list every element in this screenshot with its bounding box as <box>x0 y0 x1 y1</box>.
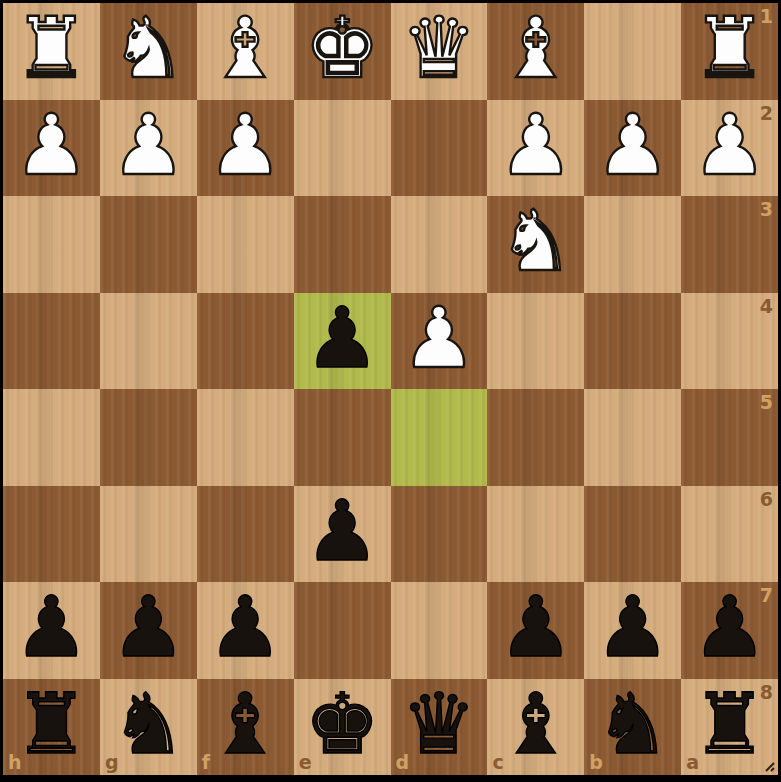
square-g8[interactable]: ♞g <box>100 679 197 776</box>
square-g2[interactable]: ♟ <box>100 100 197 197</box>
black-pawn[interactable]: ♟ <box>304 296 379 380</box>
chess-board-frame: ♜♞♝♚♛♝♜1♟♟♟♟♟♟2♞3♟♟45♟6♟♟♟♟♟♟7♜h♞g♝f♚e♛d… <box>0 0 781 782</box>
square-g3[interactable] <box>100 196 197 293</box>
white-pawn[interactable]: ♟ <box>401 296 476 380</box>
square-f1[interactable]: ♝ <box>197 3 294 100</box>
square-h6[interactable] <box>3 486 100 583</box>
square-b1[interactable] <box>584 3 681 100</box>
square-f3[interactable] <box>197 196 294 293</box>
black-rook[interactable]: ♜ <box>692 682 767 766</box>
square-e7[interactable] <box>294 582 391 679</box>
rank-label-6: 6 <box>760 490 773 509</box>
white-rook[interactable]: ♜ <box>14 6 89 90</box>
square-d8[interactable]: ♛d <box>391 679 488 776</box>
square-b7[interactable]: ♟ <box>584 582 681 679</box>
square-a6[interactable]: 6 <box>681 486 778 583</box>
black-pawn[interactable]: ♟ <box>498 585 573 669</box>
square-e1[interactable]: ♚ <box>294 3 391 100</box>
square-h8[interactable]: ♜h <box>3 679 100 776</box>
square-c8[interactable]: ♝c <box>487 679 584 776</box>
white-pawn[interactable]: ♟ <box>498 103 573 187</box>
square-b2[interactable]: ♟ <box>584 100 681 197</box>
black-pawn[interactable]: ♟ <box>304 489 379 573</box>
black-king[interactable]: ♚ <box>304 682 379 766</box>
white-bishop[interactable]: ♝ <box>208 6 283 90</box>
square-g4[interactable] <box>100 293 197 390</box>
square-d7[interactable] <box>391 582 488 679</box>
square-a7[interactable]: ♟7 <box>681 582 778 679</box>
square-d3[interactable] <box>391 196 488 293</box>
black-knight[interactable]: ♞ <box>111 682 186 766</box>
square-c1[interactable]: ♝ <box>487 3 584 100</box>
black-knight[interactable]: ♞ <box>595 682 670 766</box>
square-g6[interactable] <box>100 486 197 583</box>
white-pawn[interactable]: ♟ <box>14 103 89 187</box>
white-king[interactable]: ♚ <box>304 6 379 90</box>
white-pawn[interactable]: ♟ <box>111 103 186 187</box>
square-a8[interactable]: ♜8a <box>681 679 778 776</box>
square-d1[interactable]: ♛ <box>391 3 488 100</box>
square-e6[interactable]: ♟ <box>294 486 391 583</box>
white-bishop[interactable]: ♝ <box>498 6 573 90</box>
rank-label-3: 3 <box>760 200 773 219</box>
black-bishop[interactable]: ♝ <box>498 682 573 766</box>
rank-label-5: 5 <box>760 393 773 412</box>
black-pawn[interactable]: ♟ <box>595 585 670 669</box>
square-f4[interactable] <box>197 293 294 390</box>
square-f6[interactable] <box>197 486 294 583</box>
square-b3[interactable] <box>584 196 681 293</box>
square-f5[interactable] <box>197 389 294 486</box>
black-queen[interactable]: ♛ <box>401 682 476 766</box>
square-g1[interactable]: ♞ <box>100 3 197 100</box>
white-pawn[interactable]: ♟ <box>208 103 283 187</box>
square-a1[interactable]: ♜1 <box>681 3 778 100</box>
black-pawn[interactable]: ♟ <box>111 585 186 669</box>
white-pawn[interactable]: ♟ <box>595 103 670 187</box>
square-f7[interactable]: ♟ <box>197 582 294 679</box>
square-e5[interactable] <box>294 389 391 486</box>
square-c6[interactable] <box>487 486 584 583</box>
square-e8[interactable]: ♚e <box>294 679 391 776</box>
square-a2[interactable]: ♟2 <box>681 100 778 197</box>
square-a4[interactable]: 4 <box>681 293 778 390</box>
square-h3[interactable] <box>3 196 100 293</box>
rank-label-4: 4 <box>760 297 773 316</box>
square-e4[interactable]: ♟ <box>294 293 391 390</box>
square-h4[interactable] <box>3 293 100 390</box>
square-g7[interactable]: ♟ <box>100 582 197 679</box>
square-d6[interactable] <box>391 486 488 583</box>
resize-handle-icon[interactable] <box>760 757 776 773</box>
square-d4[interactable]: ♟ <box>391 293 488 390</box>
square-h7[interactable]: ♟ <box>3 582 100 679</box>
square-b5[interactable] <box>584 389 681 486</box>
white-knight[interactable]: ♞ <box>111 6 186 90</box>
white-rook[interactable]: ♜ <box>692 6 767 90</box>
square-c4[interactable] <box>487 293 584 390</box>
square-e3[interactable] <box>294 196 391 293</box>
white-queen[interactable]: ♛ <box>401 6 476 90</box>
square-c5[interactable] <box>487 389 584 486</box>
square-a3[interactable]: 3 <box>681 196 778 293</box>
square-b6[interactable] <box>584 486 681 583</box>
square-g5[interactable] <box>100 389 197 486</box>
black-pawn[interactable]: ♟ <box>208 585 283 669</box>
white-knight[interactable]: ♞ <box>498 199 573 283</box>
square-c2[interactable]: ♟ <box>487 100 584 197</box>
square-d5[interactable] <box>391 389 488 486</box>
square-b4[interactable] <box>584 293 681 390</box>
square-f8[interactable]: ♝f <box>197 679 294 776</box>
black-rook[interactable]: ♜ <box>14 682 89 766</box>
square-h2[interactable]: ♟ <box>3 100 100 197</box>
square-d2[interactable] <box>391 100 488 197</box>
square-b8[interactable]: ♞b <box>584 679 681 776</box>
black-pawn[interactable]: ♟ <box>692 585 767 669</box>
square-c3[interactable]: ♞ <box>487 196 584 293</box>
square-a5[interactable]: 5 <box>681 389 778 486</box>
square-h1[interactable]: ♜ <box>3 3 100 100</box>
square-f2[interactable]: ♟ <box>197 100 294 197</box>
square-e2[interactable] <box>294 100 391 197</box>
black-bishop[interactable]: ♝ <box>208 682 283 766</box>
white-pawn[interactable]: ♟ <box>692 103 767 187</box>
chess-board: ♜♞♝♚♛♝♜1♟♟♟♟♟♟2♞3♟♟45♟6♟♟♟♟♟♟7♜h♞g♝f♚e♛d… <box>3 3 778 775</box>
square-c7[interactable]: ♟ <box>487 582 584 679</box>
square-h5[interactable] <box>3 389 100 486</box>
black-pawn[interactable]: ♟ <box>14 585 89 669</box>
